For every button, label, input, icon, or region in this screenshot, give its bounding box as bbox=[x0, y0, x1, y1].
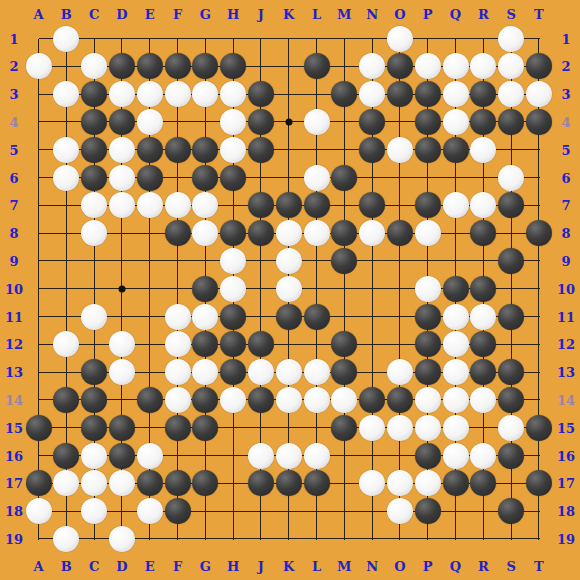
coord-label-left: 18 bbox=[5, 505, 23, 518]
stone-black[interactable] bbox=[192, 387, 218, 413]
stone-black[interactable] bbox=[137, 137, 163, 163]
stone-white[interactable] bbox=[53, 165, 79, 191]
grid-line-vertical bbox=[344, 39, 345, 540]
coord-label-left: 5 bbox=[9, 143, 18, 156]
stone-white[interactable] bbox=[109, 81, 135, 107]
stone-white[interactable] bbox=[387, 470, 413, 496]
stone-black[interactable] bbox=[387, 387, 413, 413]
coord-label-right: 7 bbox=[561, 199, 570, 212]
stone-black[interactable] bbox=[220, 220, 246, 246]
stone-black[interactable] bbox=[526, 109, 552, 135]
grid-line-vertical bbox=[38, 39, 39, 540]
grid-line-vertical bbox=[399, 39, 400, 540]
stone-white[interactable] bbox=[304, 359, 330, 385]
stone-black[interactable] bbox=[415, 359, 441, 385]
stone-white[interactable] bbox=[331, 387, 357, 413]
coord-label-bottom: E bbox=[145, 560, 155, 573]
coord-label-left: 4 bbox=[9, 115, 18, 128]
stone-white[interactable] bbox=[165, 359, 191, 385]
stone-white[interactable] bbox=[53, 331, 79, 357]
stone-black[interactable] bbox=[415, 304, 441, 330]
stone-white[interactable] bbox=[26, 53, 52, 79]
stone-white[interactable] bbox=[109, 192, 135, 218]
stone-black[interactable] bbox=[359, 109, 385, 135]
stone-white[interactable] bbox=[387, 137, 413, 163]
stone-white[interactable] bbox=[81, 498, 107, 524]
coord-label-top: F bbox=[173, 8, 182, 21]
stone-white[interactable] bbox=[470, 137, 496, 163]
stone-black[interactable] bbox=[220, 53, 246, 79]
stone-white[interactable] bbox=[137, 81, 163, 107]
stone-white[interactable] bbox=[387, 26, 413, 52]
stone-white[interactable] bbox=[359, 81, 385, 107]
stone-white[interactable] bbox=[53, 470, 79, 496]
stone-black[interactable] bbox=[470, 220, 496, 246]
coord-label-top: A bbox=[33, 8, 43, 21]
coord-label-left: 8 bbox=[9, 227, 18, 240]
coord-label-right: 4 bbox=[561, 115, 570, 128]
coord-label-left: 19 bbox=[5, 532, 23, 545]
stone-black[interactable] bbox=[304, 192, 330, 218]
stone-black[interactable] bbox=[53, 387, 79, 413]
stone-black[interactable] bbox=[387, 81, 413, 107]
stone-white[interactable] bbox=[137, 443, 163, 469]
stone-white[interactable] bbox=[81, 470, 107, 496]
coord-label-right: 16 bbox=[557, 449, 575, 462]
coord-label-bottom: A bbox=[33, 560, 43, 573]
stone-white[interactable] bbox=[81, 192, 107, 218]
hoshi-point bbox=[285, 118, 292, 125]
stone-black[interactable] bbox=[248, 81, 274, 107]
stone-white[interactable] bbox=[304, 109, 330, 135]
coord-label-top: M bbox=[337, 8, 351, 21]
stone-black[interactable] bbox=[470, 81, 496, 107]
stone-black[interactable] bbox=[359, 387, 385, 413]
coord-label-bottom: D bbox=[116, 560, 127, 573]
stone-white[interactable] bbox=[470, 443, 496, 469]
stone-black[interactable] bbox=[81, 415, 107, 441]
stone-black[interactable] bbox=[248, 220, 274, 246]
stone-white[interactable] bbox=[26, 498, 52, 524]
stone-white[interactable] bbox=[109, 165, 135, 191]
coord-label-left: 6 bbox=[9, 171, 18, 184]
stone-black[interactable] bbox=[248, 470, 274, 496]
stone-white[interactable] bbox=[387, 415, 413, 441]
coord-label-left: 2 bbox=[9, 60, 18, 73]
stone-black[interactable] bbox=[137, 470, 163, 496]
coord-label-right: 15 bbox=[557, 421, 575, 434]
stone-black[interactable] bbox=[498, 387, 524, 413]
stone-white[interactable] bbox=[415, 415, 441, 441]
stone-black[interactable] bbox=[248, 109, 274, 135]
stone-black[interactable] bbox=[526, 53, 552, 79]
coord-label-left: 16 bbox=[5, 449, 23, 462]
coord-label-left: 15 bbox=[5, 421, 23, 434]
coord-label-bottom: T bbox=[534, 560, 544, 573]
stone-black[interactable] bbox=[470, 109, 496, 135]
stone-white[interactable] bbox=[192, 81, 218, 107]
stone-black[interactable] bbox=[498, 109, 524, 135]
stone-white[interactable] bbox=[526, 81, 552, 107]
stone-white[interactable] bbox=[304, 165, 330, 191]
stone-black[interactable] bbox=[331, 415, 357, 441]
stone-white[interactable] bbox=[220, 387, 246, 413]
stone-black[interactable] bbox=[443, 276, 469, 302]
coord-label-right: 14 bbox=[557, 393, 575, 406]
stone-black[interactable] bbox=[415, 81, 441, 107]
stone-black[interactable] bbox=[415, 331, 441, 357]
stone-black[interactable] bbox=[498, 498, 524, 524]
stone-black[interactable] bbox=[498, 248, 524, 274]
stone-black[interactable] bbox=[415, 498, 441, 524]
stone-white[interactable] bbox=[109, 331, 135, 357]
stone-black[interactable] bbox=[81, 137, 107, 163]
coord-label-top: J bbox=[258, 8, 264, 21]
stone-white[interactable] bbox=[359, 470, 385, 496]
coord-label-right: 2 bbox=[561, 60, 570, 73]
coord-label-bottom: C bbox=[89, 560, 99, 573]
stone-white[interactable] bbox=[498, 53, 524, 79]
stone-white[interactable] bbox=[165, 331, 191, 357]
stone-black[interactable] bbox=[470, 276, 496, 302]
coord-label-top: E bbox=[145, 8, 155, 21]
stone-white[interactable] bbox=[276, 359, 302, 385]
coord-label-bottom: P bbox=[423, 560, 433, 573]
stone-black[interactable] bbox=[192, 137, 218, 163]
stone-white[interactable] bbox=[248, 443, 274, 469]
stone-black[interactable] bbox=[470, 470, 496, 496]
stone-white[interactable] bbox=[192, 304, 218, 330]
coord-label-left: 9 bbox=[9, 254, 18, 267]
coord-label-right: 17 bbox=[557, 477, 575, 490]
stone-white[interactable] bbox=[81, 220, 107, 246]
stone-white[interactable] bbox=[81, 53, 107, 79]
coord-label-top: T bbox=[534, 8, 544, 21]
stone-white[interactable] bbox=[470, 192, 496, 218]
stone-white[interactable] bbox=[498, 165, 524, 191]
stone-white[interactable] bbox=[304, 220, 330, 246]
stone-black[interactable] bbox=[498, 192, 524, 218]
stone-black[interactable] bbox=[165, 415, 191, 441]
coord-label-bottom: Q bbox=[450, 560, 461, 573]
stone-black[interactable] bbox=[526, 470, 552, 496]
stone-white[interactable] bbox=[443, 331, 469, 357]
stone-white[interactable] bbox=[498, 81, 524, 107]
stone-black[interactable] bbox=[220, 359, 246, 385]
coord-label-top: O bbox=[394, 8, 405, 21]
stone-white[interactable] bbox=[415, 53, 441, 79]
stone-white[interactable] bbox=[248, 359, 274, 385]
stone-black[interactable] bbox=[165, 137, 191, 163]
coord-label-left: 14 bbox=[5, 393, 23, 406]
stone-white[interactable] bbox=[443, 304, 469, 330]
stone-white[interactable] bbox=[470, 304, 496, 330]
stone-black[interactable] bbox=[387, 220, 413, 246]
stone-white[interactable] bbox=[137, 192, 163, 218]
stone-white[interactable] bbox=[276, 248, 302, 274]
coord-label-top: R bbox=[478, 8, 489, 21]
stone-white[interactable] bbox=[137, 498, 163, 524]
coord-label-top: B bbox=[61, 8, 72, 21]
stone-black[interactable] bbox=[498, 443, 524, 469]
stone-white[interactable] bbox=[304, 443, 330, 469]
stone-black[interactable] bbox=[26, 470, 52, 496]
stone-white[interactable] bbox=[498, 415, 524, 441]
stone-white[interactable] bbox=[359, 220, 385, 246]
stone-white[interactable] bbox=[470, 387, 496, 413]
stone-black[interactable] bbox=[415, 443, 441, 469]
stone-white[interactable] bbox=[498, 26, 524, 52]
coord-label-left: 13 bbox=[5, 366, 23, 379]
stone-black[interactable] bbox=[331, 248, 357, 274]
coord-label-top: P bbox=[423, 8, 433, 21]
stone-black[interactable] bbox=[359, 137, 385, 163]
stone-white[interactable] bbox=[220, 248, 246, 274]
stone-white[interactable] bbox=[415, 387, 441, 413]
stone-white[interactable] bbox=[192, 220, 218, 246]
coord-label-right: 5 bbox=[561, 143, 570, 156]
stone-black[interactable] bbox=[526, 415, 552, 441]
stone-white[interactable] bbox=[220, 276, 246, 302]
stone-white[interactable] bbox=[387, 498, 413, 524]
stone-black[interactable] bbox=[137, 165, 163, 191]
coord-label-top: S bbox=[506, 8, 515, 21]
hoshi-point bbox=[118, 285, 125, 292]
stone-black[interactable] bbox=[276, 304, 302, 330]
stone-black[interactable] bbox=[498, 359, 524, 385]
stone-white[interactable] bbox=[443, 415, 469, 441]
coord-label-right: 9 bbox=[561, 254, 570, 267]
stone-black[interactable] bbox=[359, 192, 385, 218]
stone-black[interactable] bbox=[415, 109, 441, 135]
stone-white[interactable] bbox=[304, 387, 330, 413]
stone-black[interactable] bbox=[220, 304, 246, 330]
stone-black[interactable] bbox=[248, 137, 274, 163]
stone-black[interactable] bbox=[331, 165, 357, 191]
stone-white[interactable] bbox=[415, 220, 441, 246]
coord-label-bottom: H bbox=[227, 560, 239, 573]
coord-label-bottom: F bbox=[173, 560, 182, 573]
coord-label-left: 11 bbox=[5, 310, 23, 323]
stone-black[interactable] bbox=[81, 165, 107, 191]
stone-black[interactable] bbox=[220, 165, 246, 191]
stone-white[interactable] bbox=[443, 109, 469, 135]
stone-white[interactable] bbox=[470, 53, 496, 79]
coord-label-right: 19 bbox=[557, 532, 575, 545]
coord-label-right: 1 bbox=[561, 32, 570, 45]
stone-white[interactable] bbox=[220, 137, 246, 163]
coord-label-right: 3 bbox=[561, 88, 570, 101]
coord-label-bottom: M bbox=[337, 560, 351, 573]
stone-black[interactable] bbox=[443, 470, 469, 496]
stone-white[interactable] bbox=[109, 526, 135, 552]
coord-label-left: 7 bbox=[9, 199, 18, 212]
coord-label-left: 1 bbox=[9, 32, 18, 45]
coord-label-bottom: J bbox=[258, 560, 264, 573]
coord-label-right: 8 bbox=[561, 227, 570, 240]
stone-white[interactable] bbox=[276, 220, 302, 246]
stone-black[interactable] bbox=[248, 192, 274, 218]
stone-white[interactable] bbox=[81, 443, 107, 469]
stone-white[interactable] bbox=[137, 109, 163, 135]
coord-label-right: 6 bbox=[561, 171, 570, 184]
stone-white[interactable] bbox=[359, 53, 385, 79]
coord-label-left: 3 bbox=[9, 88, 18, 101]
stone-black[interactable] bbox=[192, 53, 218, 79]
stone-black[interactable] bbox=[192, 331, 218, 357]
stone-black[interactable] bbox=[165, 498, 191, 524]
coord-label-bottom: G bbox=[200, 560, 211, 573]
stone-black[interactable] bbox=[331, 81, 357, 107]
coord-label-right: 10 bbox=[557, 282, 575, 295]
stone-black[interactable] bbox=[81, 109, 107, 135]
coord-label-right: 11 bbox=[557, 310, 575, 323]
stone-black[interactable] bbox=[192, 276, 218, 302]
stone-black[interactable] bbox=[109, 53, 135, 79]
grid-line-vertical bbox=[177, 39, 178, 540]
stone-black[interactable] bbox=[109, 443, 135, 469]
stone-black[interactable] bbox=[526, 220, 552, 246]
stone-white[interactable] bbox=[443, 192, 469, 218]
stone-white[interactable] bbox=[387, 359, 413, 385]
stone-black[interactable] bbox=[220, 331, 246, 357]
stone-white[interactable] bbox=[220, 109, 246, 135]
stone-white[interactable] bbox=[415, 276, 441, 302]
stone-black[interactable] bbox=[470, 359, 496, 385]
stone-white[interactable] bbox=[165, 81, 191, 107]
stone-black[interactable] bbox=[165, 53, 191, 79]
stone-white[interactable] bbox=[53, 137, 79, 163]
stone-black[interactable] bbox=[109, 109, 135, 135]
stone-white[interactable] bbox=[443, 443, 469, 469]
stone-black[interactable] bbox=[192, 415, 218, 441]
coord-label-right: 18 bbox=[557, 505, 575, 518]
stone-white[interactable] bbox=[443, 81, 469, 107]
stone-white[interactable] bbox=[359, 415, 385, 441]
coord-label-bottom: B bbox=[61, 560, 72, 573]
stone-black[interactable] bbox=[498, 304, 524, 330]
stone-black[interactable] bbox=[192, 165, 218, 191]
coord-label-bottom: R bbox=[478, 560, 489, 573]
stone-black[interactable] bbox=[415, 137, 441, 163]
coord-label-top: N bbox=[366, 8, 378, 21]
coord-label-top: D bbox=[116, 8, 127, 21]
stone-black[interactable] bbox=[109, 415, 135, 441]
stone-white[interactable] bbox=[165, 387, 191, 413]
stone-white[interactable] bbox=[192, 192, 218, 218]
stone-black[interactable] bbox=[53, 443, 79, 469]
coord-label-top: L bbox=[312, 8, 321, 21]
coord-label-left: 17 bbox=[5, 477, 23, 490]
coord-label-top: C bbox=[89, 8, 99, 21]
go-board[interactable]: AABBCCDDEEFFGGHHJJKKLLMMNNOOPPQQRRSSTT11… bbox=[0, 0, 580, 580]
coord-label-bottom: N bbox=[366, 560, 378, 573]
stone-black[interactable] bbox=[331, 331, 357, 357]
stone-white[interactable] bbox=[276, 387, 302, 413]
coord-label-bottom: L bbox=[312, 560, 321, 573]
stone-white[interactable] bbox=[53, 81, 79, 107]
stone-white[interactable] bbox=[53, 26, 79, 52]
stone-black[interactable] bbox=[192, 470, 218, 496]
stone-black[interactable] bbox=[137, 53, 163, 79]
coord-label-top: K bbox=[283, 8, 294, 21]
stone-white[interactable] bbox=[109, 137, 135, 163]
stone-black[interactable] bbox=[81, 81, 107, 107]
coord-label-bottom: K bbox=[283, 560, 294, 573]
stone-white[interactable] bbox=[109, 359, 135, 385]
stone-white[interactable] bbox=[443, 387, 469, 413]
coord-label-right: 13 bbox=[557, 366, 575, 379]
coord-label-top: G bbox=[200, 8, 211, 21]
stone-black[interactable] bbox=[137, 387, 163, 413]
stone-black[interactable] bbox=[276, 192, 302, 218]
stone-white[interactable] bbox=[443, 53, 469, 79]
coord-label-bottom: S bbox=[506, 560, 515, 573]
stone-black[interactable] bbox=[331, 220, 357, 246]
stone-black[interactable] bbox=[81, 387, 107, 413]
stone-black[interactable] bbox=[304, 304, 330, 330]
grid-line-horizontal bbox=[39, 38, 540, 39]
coord-label-top: Q bbox=[450, 8, 461, 21]
coord-label-top: H bbox=[227, 8, 239, 21]
grid-line-horizontal bbox=[39, 511, 540, 512]
stone-black[interactable] bbox=[470, 331, 496, 357]
stone-black[interactable] bbox=[165, 470, 191, 496]
stone-black[interactable] bbox=[304, 53, 330, 79]
stone-white[interactable] bbox=[165, 192, 191, 218]
stone-white[interactable] bbox=[276, 276, 302, 302]
stone-black[interactable] bbox=[248, 387, 274, 413]
stone-black[interactable] bbox=[387, 53, 413, 79]
stone-black[interactable] bbox=[415, 192, 441, 218]
stone-white[interactable] bbox=[53, 526, 79, 552]
stone-black[interactable] bbox=[304, 470, 330, 496]
stone-white[interactable] bbox=[443, 359, 469, 385]
coord-label-bottom: O bbox=[394, 560, 405, 573]
coord-label-right: 12 bbox=[557, 338, 575, 351]
stone-white[interactable] bbox=[276, 443, 302, 469]
stone-white[interactable] bbox=[81, 304, 107, 330]
stone-black[interactable] bbox=[26, 415, 52, 441]
stone-black[interactable] bbox=[248, 331, 274, 357]
coord-label-left: 12 bbox=[5, 338, 23, 351]
stone-black[interactable] bbox=[165, 220, 191, 246]
stone-white[interactable] bbox=[165, 304, 191, 330]
stone-black[interactable] bbox=[81, 359, 107, 385]
stone-black[interactable] bbox=[276, 470, 302, 496]
stone-white[interactable] bbox=[415, 470, 441, 496]
stone-white[interactable] bbox=[109, 470, 135, 496]
coord-label-left: 10 bbox=[5, 282, 23, 295]
stone-black[interactable] bbox=[443, 137, 469, 163]
stone-white[interactable] bbox=[220, 81, 246, 107]
stone-black[interactable] bbox=[331, 359, 357, 385]
stone-white[interactable] bbox=[192, 359, 218, 385]
